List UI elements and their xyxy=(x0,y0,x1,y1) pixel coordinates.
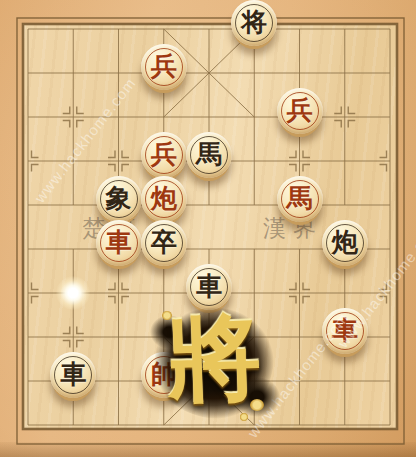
piece-glyph: 兵 xyxy=(141,44,187,90)
piece-black-炮[interactable]: 炮 xyxy=(322,220,368,266)
piece-glyph: 兵 xyxy=(141,132,187,178)
piece-red-兵[interactable]: 兵 xyxy=(277,88,323,134)
piece-glyph: 兵 xyxy=(277,88,323,134)
piece-red-兵[interactable]: 兵 xyxy=(141,132,187,178)
piece-red-車[interactable]: 車 xyxy=(322,308,368,354)
piece-glyph: 馬 xyxy=(186,132,232,178)
piece-glyph: 車 xyxy=(322,308,368,354)
piece-glyph: 馬 xyxy=(277,176,323,222)
piece-red-炮[interactable]: 炮 xyxy=(141,176,187,222)
piece-black-車[interactable]: 車 xyxy=(50,352,96,398)
piece-black-将[interactable]: 将 xyxy=(231,0,277,46)
piece-black-車[interactable]: 車 xyxy=(186,264,232,310)
piece-glyph: 卒 xyxy=(141,220,187,266)
piece-glyph: 炮 xyxy=(322,220,368,266)
piece-glyph: 車 xyxy=(186,264,232,310)
piece-glyph: 象 xyxy=(96,176,142,222)
piece-glyph: 炮 xyxy=(141,176,187,222)
piece-black-卒[interactable]: 卒 xyxy=(141,220,187,266)
piece-glyph: 将 xyxy=(231,0,277,46)
piece-glyph: 車 xyxy=(50,352,96,398)
xiangqi-game-screen: 楚河 漢界 将兵兵兵馬象炮馬車卒炮車車車帥 將 www.hackhome.com… xyxy=(0,0,416,457)
piece-red-兵[interactable]: 兵 xyxy=(141,44,187,90)
piece-red-馬[interactable]: 馬 xyxy=(277,176,323,222)
piece-glyph: 帥 xyxy=(141,352,187,398)
piece-glyph: 車 xyxy=(96,220,142,266)
piece-black-象[interactable]: 象 xyxy=(96,176,142,222)
piece-black-馬[interactable]: 馬 xyxy=(186,132,232,178)
piece-red-車[interactable]: 車 xyxy=(96,220,142,266)
piece-red-帥[interactable]: 帥 xyxy=(141,352,187,398)
